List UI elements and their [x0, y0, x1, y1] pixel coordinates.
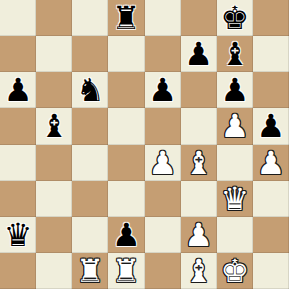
piece-black-pawn-e6[interactable]: ♟: [148, 72, 177, 108]
square-h2[interactable]: [253, 217, 289, 253]
square-g3[interactable]: ♛: [217, 181, 253, 217]
square-e4[interactable]: ♟: [145, 145, 181, 181]
square-b8[interactable]: [36, 0, 72, 36]
square-c6[interactable]: ♞: [72, 72, 108, 108]
square-d2[interactable]: ♟: [108, 217, 144, 253]
square-a4[interactable]: [0, 145, 36, 181]
square-d6[interactable]: [108, 72, 144, 108]
square-h8[interactable]: [253, 0, 289, 36]
square-b5[interactable]: ♝: [36, 108, 72, 144]
square-g2[interactable]: [217, 217, 253, 253]
square-d1[interactable]: ♜: [108, 253, 144, 289]
square-c2[interactable]: [72, 217, 108, 253]
square-h7[interactable]: [253, 36, 289, 72]
square-b2[interactable]: [36, 217, 72, 253]
square-c7[interactable]: [72, 36, 108, 72]
piece-white-queen-g3[interactable]: ♛: [220, 181, 249, 217]
square-h1[interactable]: [253, 253, 289, 289]
square-d4[interactable]: [108, 145, 144, 181]
square-f1[interactable]: ♝: [181, 253, 217, 289]
piece-black-bishop-g7[interactable]: ♝: [220, 36, 249, 72]
square-a2[interactable]: ♛: [0, 217, 36, 253]
piece-black-king-g8[interactable]: ♚: [220, 0, 249, 36]
square-d8[interactable]: ♜: [108, 0, 144, 36]
square-a8[interactable]: [0, 0, 36, 36]
piece-white-pawn-g5[interactable]: ♟: [220, 108, 249, 144]
square-h5[interactable]: ♟: [253, 108, 289, 144]
square-a7[interactable]: [0, 36, 36, 72]
square-e8[interactable]: [145, 0, 181, 36]
square-f6[interactable]: [181, 72, 217, 108]
square-f7[interactable]: ♟: [181, 36, 217, 72]
square-f5[interactable]: [181, 108, 217, 144]
square-e2[interactable]: [145, 217, 181, 253]
piece-white-bishop-f4[interactable]: ♝: [184, 145, 213, 181]
square-g6[interactable]: ♟: [217, 72, 253, 108]
square-b4[interactable]: [36, 145, 72, 181]
square-a3[interactable]: [0, 181, 36, 217]
piece-white-rook-c1[interactable]: ♜: [76, 253, 105, 289]
square-g7[interactable]: ♝: [217, 36, 253, 72]
square-h6[interactable]: [253, 72, 289, 108]
square-e1[interactable]: [145, 253, 181, 289]
square-g5[interactable]: ♟: [217, 108, 253, 144]
square-b6[interactable]: [36, 72, 72, 108]
square-c8[interactable]: [72, 0, 108, 36]
square-a6[interactable]: ♟: [0, 72, 36, 108]
square-f2[interactable]: ♟: [181, 217, 217, 253]
piece-black-knight-c6[interactable]: ♞: [76, 72, 105, 108]
chess-board: ♜♚♟♝♟♞♟♟♝♟♟♟♝♟♛♛♟♟♜♜♝♚: [0, 0, 289, 289]
square-h4[interactable]: ♟: [253, 145, 289, 181]
piece-black-pawn-a6[interactable]: ♟: [4, 72, 33, 108]
piece-white-pawn-e4[interactable]: ♟: [148, 145, 177, 181]
piece-white-king-g1[interactable]: ♚: [220, 253, 249, 289]
piece-black-pawn-h5[interactable]: ♟: [257, 108, 286, 144]
piece-black-pawn-f7[interactable]: ♟: [184, 36, 213, 72]
square-b7[interactable]: [36, 36, 72, 72]
piece-black-pawn-g6[interactable]: ♟: [220, 72, 249, 108]
piece-white-rook-d1[interactable]: ♜: [112, 253, 141, 289]
square-a5[interactable]: [0, 108, 36, 144]
square-a1[interactable]: [0, 253, 36, 289]
piece-black-pawn-d2[interactable]: ♟: [112, 217, 141, 253]
square-d3[interactable]: [108, 181, 144, 217]
piece-black-queen-a2[interactable]: ♛: [4, 217, 33, 253]
square-f8[interactable]: [181, 0, 217, 36]
square-c5[interactable]: [72, 108, 108, 144]
piece-white-bishop-f1[interactable]: ♝: [184, 253, 213, 289]
square-c1[interactable]: ♜: [72, 253, 108, 289]
square-d5[interactable]: [108, 108, 144, 144]
square-d7[interactable]: [108, 36, 144, 72]
square-e7[interactable]: [145, 36, 181, 72]
square-f3[interactable]: [181, 181, 217, 217]
square-b1[interactable]: [36, 253, 72, 289]
square-e5[interactable]: [145, 108, 181, 144]
piece-black-rook-d8[interactable]: ♜: [112, 0, 141, 36]
square-c4[interactable]: [72, 145, 108, 181]
square-h3[interactable]: [253, 181, 289, 217]
square-e6[interactable]: ♟: [145, 72, 181, 108]
square-g8[interactable]: ♚: [217, 0, 253, 36]
square-e3[interactable]: [145, 181, 181, 217]
square-g1[interactable]: ♚: [217, 253, 253, 289]
square-f4[interactable]: ♝: [181, 145, 217, 181]
square-g4[interactable]: [217, 145, 253, 181]
piece-black-bishop-b5[interactable]: ♝: [40, 108, 69, 144]
square-c3[interactable]: [72, 181, 108, 217]
piece-white-pawn-f2[interactable]: ♟: [184, 217, 213, 253]
square-b3[interactable]: [36, 181, 72, 217]
piece-white-pawn-h4[interactable]: ♟: [257, 145, 286, 181]
